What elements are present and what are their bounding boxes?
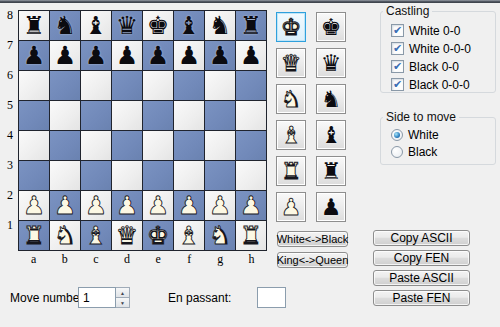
- white-pawn-piece: ♟: [23, 193, 45, 218]
- radio-label: White: [408, 128, 439, 142]
- square-g7[interactable]: ♟: [205, 41, 235, 70]
- square-g6[interactable]: [205, 71, 235, 100]
- file-label-a: a: [18, 252, 49, 267]
- file-label-f: f: [174, 252, 205, 267]
- white-pawn-piece: ♟: [85, 193, 107, 218]
- file-label-b: b: [49, 252, 80, 267]
- square-d5[interactable]: [112, 101, 142, 130]
- rank-label-6: 6: [0, 60, 16, 90]
- rank-label-8: 8: [0, 0, 16, 30]
- black-rook-piece: ♜: [240, 13, 262, 38]
- palette-black-bishop-button[interactable]: ♝: [316, 120, 346, 150]
- white-pawn-piece: ♟: [54, 193, 76, 218]
- paste-fen-button[interactable]: Paste FEN: [373, 290, 470, 306]
- move-number-input[interactable]: [78, 287, 116, 308]
- paste-ascii-button[interactable]: Paste ASCII: [373, 270, 470, 286]
- radio-black[interactable]: [391, 146, 403, 158]
- palette-white-knight-button[interactable]: ♞: [276, 84, 306, 114]
- black-bishop-piece: ♝: [321, 124, 342, 147]
- square-c2[interactable]: ♟: [81, 191, 111, 220]
- white-pawn-piece: ♟: [281, 196, 302, 219]
- palette-black-knight-button[interactable]: ♞: [316, 84, 346, 114]
- square-b7[interactable]: ♟: [50, 41, 80, 70]
- square-h5[interactable]: [236, 101, 266, 130]
- square-d3[interactable]: [112, 161, 142, 190]
- square-a6[interactable]: [19, 71, 49, 100]
- swap-white-black-button[interactable]: White<->Black: [277, 231, 348, 247]
- black-pawn-piece: ♟: [321, 196, 342, 219]
- square-c1[interactable]: ♝: [81, 221, 111, 250]
- square-e7[interactable]: ♟: [143, 41, 173, 70]
- palette-black-king-button[interactable]: ♚: [316, 12, 346, 42]
- castling-option-row: Black 0-0-0: [391, 78, 495, 91]
- checkbox-black-0-0-0[interactable]: [391, 78, 404, 91]
- position-editor-dialog: 87654321 ♜♞♝♛♚♝♞♜♟♟♟♟♟♟♟♟♟♟♟♟♟♟♟♟♜♞♝♛♚♝♞…: [0, 0, 500, 327]
- square-f2[interactable]: ♟: [174, 191, 204, 220]
- square-b1[interactable]: ♞: [50, 221, 80, 250]
- rank-label-7: 7: [0, 30, 16, 60]
- en-passant-input[interactable]: [257, 287, 286, 308]
- square-a3[interactable]: [19, 161, 49, 190]
- black-pawn-piece: ♟: [147, 43, 169, 68]
- square-c4[interactable]: [81, 131, 111, 160]
- square-e1[interactable]: ♚: [143, 221, 173, 250]
- palette-white-king-button[interactable]: ♚: [276, 12, 306, 42]
- square-d4[interactable]: [112, 131, 142, 160]
- file-labels: abcdefgh: [18, 252, 267, 267]
- square-c5[interactable]: [81, 101, 111, 130]
- white-rook-piece: ♜: [240, 223, 262, 248]
- radio-white[interactable]: [391, 129, 403, 141]
- square-f4[interactable]: [174, 131, 204, 160]
- square-d1[interactable]: ♛: [112, 221, 142, 250]
- square-h6[interactable]: [236, 71, 266, 100]
- checkbox-label: White 0-0: [409, 24, 460, 38]
- rank-label-3: 3: [0, 151, 16, 181]
- white-pawn-piece: ♟: [240, 193, 262, 218]
- square-h1[interactable]: ♜: [236, 221, 266, 250]
- rank-label-5: 5: [0, 90, 16, 120]
- white-pawn-piece: ♟: [147, 193, 169, 218]
- square-c7[interactable]: ♟: [81, 41, 111, 70]
- square-a4[interactable]: [19, 131, 49, 160]
- spin-up-button[interactable]: ▲: [116, 287, 130, 298]
- file-label-c: c: [80, 252, 111, 267]
- square-e3[interactable]: [143, 161, 173, 190]
- square-f8[interactable]: ♝: [174, 11, 204, 40]
- rank-label-2: 2: [0, 181, 16, 211]
- palette-black-pawn-button[interactable]: ♟: [316, 192, 346, 222]
- square-a7[interactable]: ♟: [19, 41, 49, 70]
- white-rook-piece: ♜: [23, 223, 45, 248]
- black-knight-piece: ♞: [54, 13, 76, 38]
- checkbox-label: Black 0-0: [409, 60, 459, 74]
- black-bishop-piece: ♝: [178, 13, 200, 38]
- black-pawn-piece: ♟: [240, 43, 262, 68]
- square-c3[interactable]: [81, 161, 111, 190]
- black-rook-piece: ♜: [321, 160, 342, 183]
- black-pawn-piece: ♟: [54, 43, 76, 68]
- square-e6[interactable]: [143, 71, 173, 100]
- square-b3[interactable]: [50, 161, 80, 190]
- checkbox-black-0-0[interactable]: [391, 60, 404, 73]
- square-a8[interactable]: ♜: [19, 11, 49, 40]
- palette-white-queen-button[interactable]: ♛: [276, 48, 306, 78]
- square-c8[interactable]: ♝: [81, 11, 111, 40]
- square-d7[interactable]: ♟: [112, 41, 142, 70]
- square-b8[interactable]: ♞: [50, 11, 80, 40]
- file-label-e: e: [143, 252, 174, 267]
- en-passant-label: En passant:: [168, 291, 231, 305]
- square-g5[interactable]: [205, 101, 235, 130]
- palette-white-rook-button[interactable]: ♜: [276, 156, 306, 186]
- castling-option-row: Black 0-0: [391, 60, 495, 73]
- clipboard-actions: Copy ASCIICopy FENPaste ASCIIPaste FEN: [373, 230, 470, 310]
- checkbox-white-0-0[interactable]: [391, 24, 404, 37]
- side-option-row: Black: [391, 145, 495, 158]
- square-h3[interactable]: [236, 161, 266, 190]
- black-pawn-piece: ♟: [23, 43, 45, 68]
- black-bishop-piece: ♝: [85, 13, 107, 38]
- square-a1[interactable]: ♜: [19, 221, 49, 250]
- black-knight-piece: ♞: [209, 13, 231, 38]
- square-d6[interactable]: [112, 71, 142, 100]
- square-h4[interactable]: [236, 131, 266, 160]
- white-bishop-piece: ♝: [178, 223, 200, 248]
- palette-white-pawn-button[interactable]: ♟: [276, 192, 306, 222]
- black-rook-piece: ♜: [23, 13, 45, 38]
- square-f6[interactable]: [174, 71, 204, 100]
- black-pawn-piece: ♟: [209, 43, 231, 68]
- palette-white-bishop-button[interactable]: ♝: [276, 120, 306, 150]
- square-b6[interactable]: [50, 71, 80, 100]
- square-c6[interactable]: [81, 71, 111, 100]
- spin-down-button[interactable]: ▼: [116, 298, 130, 308]
- castling-option-row: White 0-0-0: [391, 42, 495, 55]
- square-g1[interactable]: ♞: [205, 221, 235, 250]
- square-b4[interactable]: [50, 131, 80, 160]
- white-knight-piece: ♞: [281, 88, 302, 111]
- square-a2[interactable]: ♟: [19, 191, 49, 220]
- move-number-spinner: ▲ ▼: [78, 287, 130, 308]
- square-d8[interactable]: ♛: [112, 11, 142, 40]
- copy-ascii-button[interactable]: Copy ASCII: [373, 230, 470, 246]
- checkbox-label: Black 0-0-0: [409, 78, 470, 92]
- swap-king-queen-button[interactable]: King<->Queen: [277, 252, 348, 268]
- white-knight-piece: ♞: [209, 223, 231, 248]
- square-h7[interactable]: ♟: [236, 41, 266, 70]
- black-pawn-piece: ♟: [116, 43, 138, 68]
- rank-label-1: 1: [0, 211, 16, 241]
- white-bishop-piece: ♝: [85, 223, 107, 248]
- chess-board: ♜♞♝♛♚♝♞♜♟♟♟♟♟♟♟♟♟♟♟♟♟♟♟♟♜♞♝♛♚♝♞♜: [18, 10, 267, 251]
- square-b5[interactable]: [50, 101, 80, 130]
- square-g2[interactable]: ♟: [205, 191, 235, 220]
- white-pawn-piece: ♟: [116, 193, 138, 218]
- palette-black-rook-button[interactable]: ♜: [316, 156, 346, 186]
- side-to-move-group-title: Side to move: [383, 110, 459, 124]
- square-e8[interactable]: ♚: [143, 11, 173, 40]
- castling-group: White 0-0White 0-0-0Black 0-0Black 0-0-0: [380, 11, 496, 93]
- file-label-g: g: [205, 252, 236, 267]
- square-e4[interactable]: [143, 131, 173, 160]
- checkbox-white-0-0-0[interactable]: [391, 42, 404, 55]
- radio-label: Black: [408, 145, 437, 159]
- square-f3[interactable]: [174, 161, 204, 190]
- square-h2[interactable]: ♟: [236, 191, 266, 220]
- window-edge: [0, 0, 500, 3]
- black-pawn-piece: ♟: [85, 43, 107, 68]
- black-knight-piece: ♞: [321, 88, 342, 111]
- white-queen-piece: ♛: [281, 52, 302, 75]
- square-g4[interactable]: [205, 131, 235, 160]
- square-b2[interactable]: ♟: [50, 191, 80, 220]
- castling-group-title: Castling: [383, 4, 432, 18]
- black-pawn-piece: ♟: [178, 43, 200, 68]
- white-knight-piece: ♞: [54, 223, 76, 248]
- white-king-piece: ♚: [281, 16, 302, 39]
- square-f1[interactable]: ♝: [174, 221, 204, 250]
- square-h8[interactable]: ♜: [236, 11, 266, 40]
- square-g3[interactable]: [205, 161, 235, 190]
- black-queen-piece: ♛: [116, 13, 138, 38]
- file-label-h: h: [236, 252, 267, 267]
- rank-labels: 87654321: [0, 0, 16, 241]
- white-queen-piece: ♛: [116, 223, 138, 248]
- side-option-row: White: [391, 128, 495, 141]
- spinner-buttons: ▲ ▼: [116, 287, 130, 308]
- palette-black-queen-button[interactable]: ♛: [316, 48, 346, 78]
- white-king-piece: ♚: [147, 223, 169, 248]
- white-pawn-piece: ♟: [209, 193, 231, 218]
- square-a5[interactable]: [19, 101, 49, 130]
- file-label-d: d: [111, 252, 142, 267]
- copy-fen-button[interactable]: Copy FEN: [373, 250, 470, 266]
- square-e5[interactable]: [143, 101, 173, 130]
- castling-option-row: White 0-0: [391, 24, 495, 37]
- rank-label-4: 4: [0, 121, 16, 151]
- square-f5[interactable]: [174, 101, 204, 130]
- black-king-piece: ♚: [147, 13, 169, 38]
- move-number-label: Move number:: [10, 291, 87, 305]
- black-king-piece: ♚: [321, 16, 342, 39]
- white-rook-piece: ♜: [281, 160, 302, 183]
- square-d2[interactable]: ♟: [112, 191, 142, 220]
- white-bishop-piece: ♝: [281, 124, 302, 147]
- side-to-move-group: WhiteBlack: [380, 117, 496, 165]
- square-f7[interactable]: ♟: [174, 41, 204, 70]
- white-pawn-piece: ♟: [178, 193, 200, 218]
- checkbox-label: White 0-0-0: [409, 42, 471, 56]
- square-g8[interactable]: ♞: [205, 11, 235, 40]
- black-queen-piece: ♛: [321, 52, 342, 75]
- square-e2[interactable]: ♟: [143, 191, 173, 220]
